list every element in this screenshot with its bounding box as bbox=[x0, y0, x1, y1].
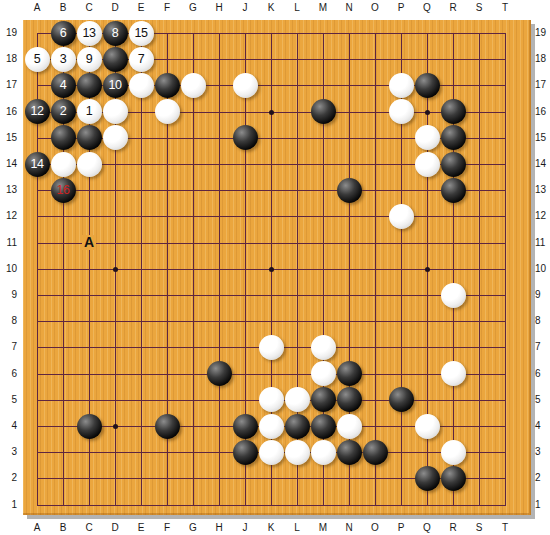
move-number: 10 bbox=[103, 73, 128, 98]
grid-line bbox=[37, 321, 506, 322]
grid-line bbox=[37, 374, 506, 375]
column-label-bottom: P bbox=[388, 521, 414, 535]
stone-black bbox=[389, 387, 414, 412]
row-label-right: 18 bbox=[535, 52, 550, 66]
stone-black bbox=[415, 466, 440, 491]
stone-white bbox=[129, 73, 154, 98]
column-label-top: D bbox=[102, 1, 128, 15]
stone-black bbox=[285, 414, 310, 439]
stone-white bbox=[259, 414, 284, 439]
row-label-left: 17 bbox=[0, 78, 17, 92]
column-label-bottom: E bbox=[128, 521, 154, 535]
star-point bbox=[113, 424, 118, 429]
column-label-bottom: K bbox=[258, 521, 284, 535]
stone-black: 10 bbox=[103, 73, 128, 98]
column-label-bottom: L bbox=[284, 521, 310, 535]
stone-black: 14 bbox=[25, 152, 50, 177]
row-label-right: 11 bbox=[535, 236, 550, 250]
column-label-top: T bbox=[492, 1, 518, 15]
row-label-right: 16 bbox=[535, 105, 550, 119]
stone-white bbox=[389, 73, 414, 98]
stone-white bbox=[259, 440, 284, 465]
column-label-top: A bbox=[24, 1, 50, 15]
stone-black bbox=[77, 73, 102, 98]
stone-white bbox=[441, 440, 466, 465]
stone-black bbox=[337, 361, 362, 386]
row-label-right: 6 bbox=[535, 367, 550, 381]
grid-line bbox=[37, 505, 506, 506]
move-number: 2 bbox=[51, 99, 76, 124]
row-label-right: 4 bbox=[535, 419, 550, 433]
stone-black: 16 bbox=[51, 178, 76, 203]
column-label-bottom: S bbox=[466, 521, 492, 535]
stone-black bbox=[51, 125, 76, 150]
stone-black: 8 bbox=[103, 21, 128, 46]
row-label-right: 15 bbox=[535, 131, 550, 145]
stone-white: 1 bbox=[77, 99, 102, 124]
move-number: 7 bbox=[129, 47, 154, 72]
grid-line bbox=[37, 295, 506, 296]
stone-white bbox=[155, 99, 180, 124]
column-label-top: L bbox=[284, 1, 310, 15]
column-label-top: M bbox=[310, 1, 336, 15]
stone-white bbox=[259, 387, 284, 412]
move-number: 12 bbox=[25, 99, 50, 124]
stone-white: 9 bbox=[77, 47, 102, 72]
stone-black bbox=[207, 361, 232, 386]
column-label-bottom: A bbox=[24, 521, 50, 535]
stone-black bbox=[155, 414, 180, 439]
row-label-left: 9 bbox=[0, 288, 17, 302]
point-annotation: A bbox=[82, 235, 96, 250]
row-label-right: 19 bbox=[535, 26, 550, 40]
column-label-top: B bbox=[50, 1, 76, 15]
move-number: 4 bbox=[51, 73, 76, 98]
move-number: 15 bbox=[129, 21, 154, 46]
column-label-bottom: J bbox=[232, 521, 258, 535]
column-label-bottom: M bbox=[310, 521, 336, 535]
stone-black bbox=[441, 125, 466, 150]
column-label-bottom: F bbox=[154, 521, 180, 535]
stone-white: 7 bbox=[129, 47, 154, 72]
stone-black bbox=[233, 414, 258, 439]
move-number: 1 bbox=[77, 99, 102, 124]
star-point bbox=[113, 267, 118, 272]
row-label-left: 11 bbox=[0, 236, 17, 250]
stone-black bbox=[441, 152, 466, 177]
stone-white bbox=[103, 99, 128, 124]
stone-black bbox=[233, 125, 258, 150]
row-label-right: 13 bbox=[535, 183, 550, 197]
stone-white bbox=[285, 440, 310, 465]
stone-black: 4 bbox=[51, 73, 76, 98]
row-label-left: 13 bbox=[0, 183, 17, 197]
stone-black bbox=[311, 99, 336, 124]
row-label-left: 5 bbox=[0, 393, 17, 407]
last-move-number: 16 bbox=[51, 178, 76, 203]
stone-white bbox=[51, 152, 76, 177]
stone-black bbox=[337, 178, 362, 203]
stone-white bbox=[415, 125, 440, 150]
row-label-left: 19 bbox=[0, 26, 17, 40]
stone-white bbox=[181, 73, 206, 98]
row-label-left: 3 bbox=[0, 445, 17, 459]
stone-black bbox=[311, 387, 336, 412]
column-label-top: C bbox=[76, 1, 102, 15]
column-label-bottom: C bbox=[76, 521, 102, 535]
stone-white bbox=[389, 204, 414, 229]
star-point bbox=[425, 110, 430, 115]
stone-black bbox=[337, 387, 362, 412]
grid-line bbox=[479, 33, 480, 506]
stone-black bbox=[415, 73, 440, 98]
move-number: 6 bbox=[51, 21, 76, 46]
column-label-bottom: D bbox=[102, 521, 128, 535]
go-board: 613815539741012211416A bbox=[23, 20, 531, 515]
row-label-right: 14 bbox=[535, 157, 550, 171]
grid-line bbox=[375, 33, 376, 506]
stone-black bbox=[337, 440, 362, 465]
stone-black bbox=[311, 414, 336, 439]
stone-black bbox=[441, 466, 466, 491]
stone-black bbox=[77, 414, 102, 439]
column-label-top: O bbox=[362, 1, 388, 15]
stone-white: 13 bbox=[77, 21, 102, 46]
row-label-left: 16 bbox=[0, 105, 17, 119]
row-label-left: 10 bbox=[0, 262, 17, 276]
move-number: 14 bbox=[25, 152, 50, 177]
move-number: 3 bbox=[51, 47, 76, 72]
stone-white bbox=[311, 440, 336, 465]
column-label-top: G bbox=[180, 1, 206, 15]
column-label-top: Q bbox=[414, 1, 440, 15]
move-number: 8 bbox=[103, 21, 128, 46]
row-label-left: 14 bbox=[0, 157, 17, 171]
stone-white bbox=[77, 152, 102, 177]
stone-black bbox=[363, 440, 388, 465]
column-label-bottom: G bbox=[180, 521, 206, 535]
column-label-top: F bbox=[154, 1, 180, 15]
row-label-right: 5 bbox=[535, 393, 550, 407]
row-label-right: 12 bbox=[535, 209, 550, 223]
row-label-left: 8 bbox=[0, 314, 17, 328]
row-label-right: 8 bbox=[535, 314, 550, 328]
row-label-right: 7 bbox=[535, 340, 550, 354]
row-label-right: 2 bbox=[535, 471, 550, 485]
row-label-right: 9 bbox=[535, 288, 550, 302]
move-number: 5 bbox=[25, 47, 50, 72]
column-label-top: P bbox=[388, 1, 414, 15]
go-board-diagram: 613815539741012211416A AABBCCDDEEFFGGHHJ… bbox=[0, 0, 550, 535]
row-label-left: 7 bbox=[0, 340, 17, 354]
column-label-bottom: Q bbox=[414, 521, 440, 535]
column-label-bottom: N bbox=[336, 521, 362, 535]
column-label-bottom: B bbox=[50, 521, 76, 535]
stone-white bbox=[311, 361, 336, 386]
column-label-top: K bbox=[258, 1, 284, 15]
stone-white bbox=[415, 414, 440, 439]
column-label-top: N bbox=[336, 1, 362, 15]
row-label-left: 15 bbox=[0, 131, 17, 145]
column-label-top: J bbox=[232, 1, 258, 15]
row-label-left: 6 bbox=[0, 367, 17, 381]
row-label-left: 4 bbox=[0, 419, 17, 433]
stone-black: 12 bbox=[25, 99, 50, 124]
stone-white bbox=[389, 99, 414, 124]
grid-line bbox=[505, 33, 506, 506]
column-label-bottom: O bbox=[362, 521, 388, 535]
stone-black: 2 bbox=[51, 99, 76, 124]
column-label-top: R bbox=[440, 1, 466, 15]
stone-white bbox=[311, 335, 336, 360]
stone-white bbox=[285, 387, 310, 412]
stone-white bbox=[259, 335, 284, 360]
row-label-left: 18 bbox=[0, 52, 17, 66]
stone-black bbox=[233, 440, 258, 465]
stone-black bbox=[441, 99, 466, 124]
star-point bbox=[425, 267, 430, 272]
star-point bbox=[269, 267, 274, 272]
stone-white bbox=[441, 361, 466, 386]
row-label-left: 12 bbox=[0, 209, 17, 223]
stone-black: 6 bbox=[51, 21, 76, 46]
column-label-bottom: T bbox=[492, 521, 518, 535]
stone-white bbox=[441, 283, 466, 308]
stone-white bbox=[103, 125, 128, 150]
column-label-bottom: R bbox=[440, 521, 466, 535]
column-label-top: E bbox=[128, 1, 154, 15]
stone-white bbox=[233, 73, 258, 98]
stone-black bbox=[103, 47, 128, 72]
column-label-bottom: H bbox=[206, 521, 232, 535]
row-label-left: 1 bbox=[0, 498, 17, 512]
row-label-right: 17 bbox=[535, 78, 550, 92]
stone-black bbox=[77, 125, 102, 150]
move-number: 9 bbox=[77, 47, 102, 72]
stone-white: 5 bbox=[25, 47, 50, 72]
row-label-right: 10 bbox=[535, 262, 550, 276]
move-number: 13 bbox=[77, 21, 102, 46]
stone-white bbox=[337, 414, 362, 439]
stone-black bbox=[155, 73, 180, 98]
row-label-left: 2 bbox=[0, 471, 17, 485]
stone-black bbox=[441, 178, 466, 203]
column-label-top: S bbox=[466, 1, 492, 15]
stone-white: 15 bbox=[129, 21, 154, 46]
star-point bbox=[269, 110, 274, 115]
row-label-right: 3 bbox=[535, 445, 550, 459]
stone-white: 3 bbox=[51, 47, 76, 72]
column-label-top: H bbox=[206, 1, 232, 15]
row-label-right: 1 bbox=[535, 498, 550, 512]
stone-white bbox=[415, 152, 440, 177]
